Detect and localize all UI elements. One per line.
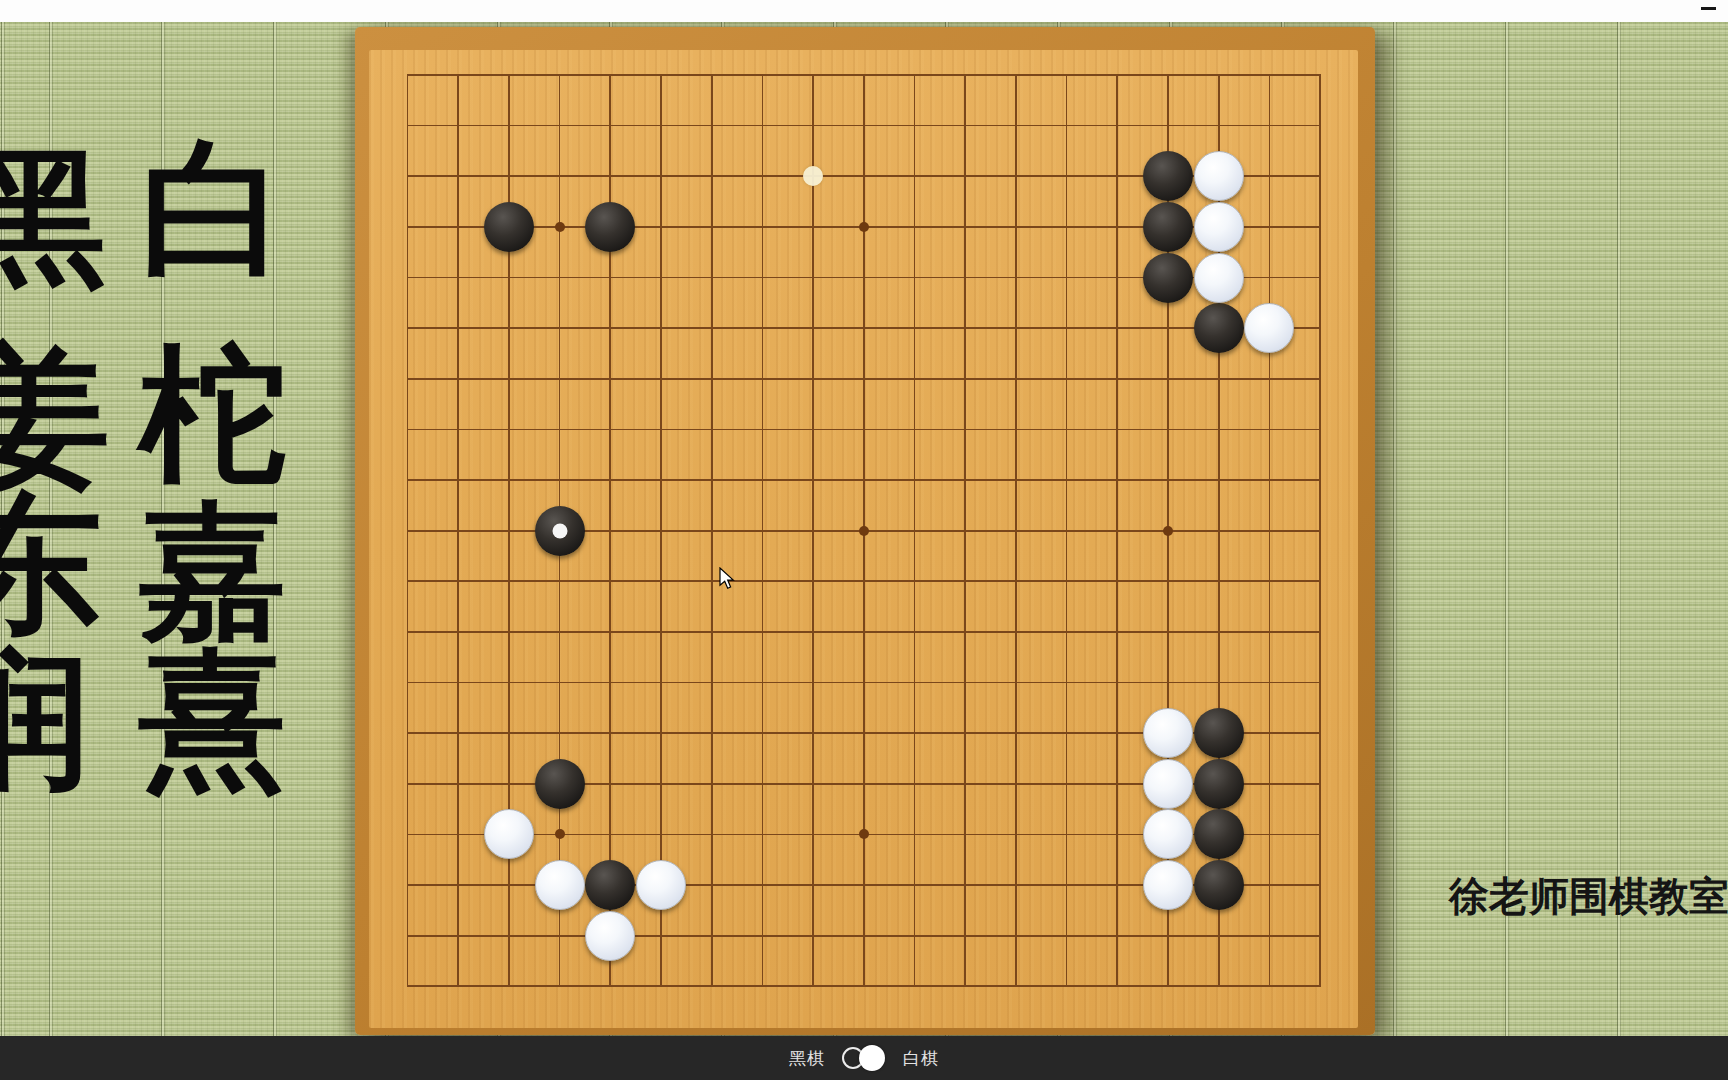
minimize-button[interactable]	[1701, 7, 1716, 10]
grid-line-horizontal	[407, 985, 1321, 987]
grid-line-horizontal	[407, 682, 1321, 684]
white-stone	[1244, 303, 1294, 353]
go-board[interactable]	[355, 27, 1375, 1035]
white-stone	[636, 860, 686, 910]
star-point	[859, 526, 869, 536]
mouse-cursor	[719, 567, 736, 592]
black-name-char-3: 润	[0, 647, 90, 795]
black-toggle-label[interactable]: 黑棋	[789, 1047, 825, 1070]
white-name-char-2: 嘉	[138, 498, 286, 646]
star-point	[1163, 526, 1173, 536]
grid-line-vertical	[1015, 74, 1017, 987]
white-stone	[1143, 759, 1193, 809]
stone-color-toggle[interactable]	[842, 1045, 886, 1071]
bottom-bar: 黑棋 白棋	[0, 1036, 1728, 1080]
white-stone	[1143, 860, 1193, 910]
black-stone	[1143, 253, 1193, 303]
black-name-char-2: 东	[0, 491, 102, 639]
white-stone	[585, 911, 635, 961]
grid-line-horizontal	[407, 580, 1321, 582]
star-point	[859, 829, 869, 839]
white-stone-icon	[859, 1045, 885, 1071]
white-stone	[484, 809, 534, 859]
black-stone	[585, 202, 635, 252]
black-stone	[1194, 708, 1244, 758]
black-stone	[1194, 303, 1244, 353]
white-stone	[1194, 151, 1244, 201]
title-bar	[0, 0, 1728, 22]
last-move-marker	[552, 523, 567, 538]
grid-line-vertical	[1319, 74, 1321, 987]
white-toggle-label[interactable]: 白棋	[903, 1047, 939, 1070]
grid-line-vertical	[964, 74, 966, 987]
grid-line-vertical	[1066, 74, 1068, 987]
white-color-label-char: 白	[140, 135, 288, 283]
grid-line-vertical	[914, 74, 916, 987]
grid-line-vertical	[1116, 74, 1118, 987]
star-point	[555, 829, 565, 839]
white-stone	[1143, 809, 1193, 859]
black-color-label-char: 黑	[0, 144, 106, 292]
black-name-char-1: 姜	[0, 344, 110, 492]
black-stone	[1143, 202, 1193, 252]
classroom-watermark: 徐老师围棋教室	[1449, 869, 1728, 924]
black-stone	[1194, 809, 1244, 859]
go-app-window: 黑 姜 东 润 白 柁 嘉 熹 徐老师围棋教室 黑棋 白棋	[0, 0, 1728, 1080]
white-name-char-1: 柁	[139, 341, 287, 489]
white-stone	[1194, 253, 1244, 303]
grid-line-vertical	[1269, 74, 1271, 987]
white-name-char-3: 熹	[138, 646, 286, 794]
white-stone	[1143, 708, 1193, 758]
grid-line-horizontal	[407, 631, 1321, 633]
black-stone	[1143, 151, 1193, 201]
move-preview-stone	[803, 166, 823, 186]
black-stone	[585, 860, 635, 910]
black-stone	[535, 759, 585, 809]
black-stone	[484, 202, 534, 252]
black-stone	[1194, 860, 1244, 910]
black-stone	[1194, 759, 1244, 809]
star-point	[555, 222, 565, 232]
star-point	[859, 222, 869, 232]
white-stone	[1194, 202, 1244, 252]
grid-line-horizontal	[407, 935, 1321, 937]
white-stone	[535, 860, 585, 910]
